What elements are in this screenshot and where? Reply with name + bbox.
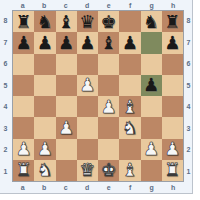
square-a5[interactable] [13,75,34,96]
square-f2[interactable] [119,139,140,160]
square-c1[interactable] [56,160,77,181]
square-c5[interactable] [56,75,77,96]
file-label: g [141,183,163,192]
square-b2[interactable]: ♟ [34,139,55,160]
square-b6[interactable] [34,54,55,75]
rank-label: 7 [185,32,192,54]
square-e4[interactable]: ♟ [98,96,119,117]
rank-label: 2 [0,139,11,161]
square-e3[interactable] [98,117,119,138]
file-label: d [77,183,99,192]
rank-label: 4 [0,96,11,118]
square-d6[interactable] [77,54,98,75]
square-b5[interactable] [34,75,55,96]
piece-black-king[interactable]: ♚ [101,13,117,31]
square-f5[interactable] [119,75,140,96]
square-h2[interactable]: ♟ [162,139,183,160]
piece-black-pawn[interactable]: ♟ [16,34,32,52]
square-e2[interactable] [98,139,119,160]
square-b8[interactable]: ♞ [34,11,55,32]
square-c8[interactable]: ♝ [56,11,77,32]
square-h7[interactable]: ♟ [162,32,183,53]
square-g7[interactable] [141,32,162,53]
piece-white-pawn[interactable]: ♟ [37,140,53,158]
square-d3[interactable] [77,117,98,138]
square-c2[interactable] [56,139,77,160]
square-g5[interactable]: ♟ [141,75,162,96]
piece-white-bishop[interactable]: ♝ [122,161,138,179]
piece-white-rook[interactable]: ♜ [164,161,180,179]
file-label: f [120,0,142,10]
square-d5[interactable]: ♟ [77,75,98,96]
square-c3[interactable]: ♟ [56,117,77,138]
rank-label: 1 [185,161,192,183]
square-f8[interactable] [119,11,140,32]
file-labels-top: abcdefgh [12,0,184,10]
piece-black-pawn[interactable]: ♟ [58,34,74,52]
square-e6[interactable] [98,54,119,75]
file-label: g [141,0,163,10]
piece-black-rook[interactable]: ♜ [16,13,32,31]
square-f6[interactable] [119,54,140,75]
square-b4[interactable] [34,96,55,117]
piece-white-rook[interactable]: ♜ [16,161,32,179]
piece-black-rook[interactable]: ♜ [164,13,180,31]
file-label: h [163,183,185,192]
square-h5[interactable] [162,75,183,96]
rank-labels-left: 87654321 [0,10,11,182]
piece-black-pawn[interactable]: ♟ [79,34,95,52]
piece-white-knight[interactable]: ♞ [122,119,138,137]
piece-white-queen[interactable]: ♛ [79,161,95,179]
rank-label: 8 [185,10,192,32]
file-label: e [98,183,120,192]
square-c4[interactable] [56,96,77,117]
piece-black-knight[interactable]: ♞ [37,13,53,31]
rank-label: 4 [185,96,192,118]
square-g4[interactable] [141,96,162,117]
rank-label: 8 [0,10,11,32]
rank-label: 5 [0,75,11,97]
square-d2[interactable] [77,139,98,160]
piece-white-pawn[interactable]: ♟ [79,76,95,94]
square-f1[interactable]: ♝ [119,160,140,181]
file-label: b [34,183,56,192]
piece-white-pawn[interactable]: ♟ [101,98,117,116]
square-d4[interactable] [77,96,98,117]
file-label: c [55,0,77,10]
square-d7[interactable]: ♟ [77,32,98,53]
file-label: e [98,0,120,10]
rank-label: 2 [185,139,192,161]
piece-white-pawn[interactable]: ♟ [16,140,32,158]
square-g2[interactable]: ♟ [141,139,162,160]
square-e1[interactable]: ♚ [98,160,119,181]
rank-label: 3 [185,118,192,140]
piece-white-pawn[interactable]: ♟ [164,140,180,158]
square-h8[interactable]: ♜ [162,11,183,32]
square-a6[interactable] [13,54,34,75]
square-b1[interactable]: ♞ [34,160,55,181]
file-label: h [163,0,185,10]
piece-black-pawn[interactable]: ♟ [143,76,159,94]
square-a8[interactable]: ♜ [13,11,34,32]
square-h6[interactable] [162,54,183,75]
rank-label: 7 [0,32,11,54]
square-e8[interactable]: ♚ [98,11,119,32]
piece-white-bishop[interactable]: ♝ [122,98,138,116]
piece-black-pawn[interactable]: ♟ [164,34,180,52]
square-f3[interactable]: ♞ [119,117,140,138]
square-g3[interactable] [141,117,162,138]
piece-black-pawn[interactable]: ♟ [122,34,138,52]
square-b3[interactable] [34,117,55,138]
square-f7[interactable]: ♟ [119,32,140,53]
rank-label: 6 [0,53,11,75]
square-h1[interactable]: ♜ [162,160,183,181]
piece-white-pawn[interactable]: ♟ [58,119,74,137]
rank-label: 3 [0,118,11,140]
piece-white-pawn[interactable]: ♟ [143,140,159,158]
chess-app: abcdefgh abcdefgh 87654321 87654321 ♜♞♝♛… [0,0,200,200]
rank-labels-right: 87654321 [185,10,192,182]
file-label: b [34,0,56,10]
square-a4[interactable] [13,96,34,117]
file-label: d [77,0,99,10]
square-c7[interactable]: ♟ [56,32,77,53]
square-e7[interactable]: ♝ [98,32,119,53]
piece-black-pawn[interactable]: ♟ [37,34,53,52]
square-h3[interactable] [162,117,183,138]
square-h4[interactable] [162,96,183,117]
square-c6[interactable] [56,54,77,75]
piece-black-queen[interactable]: ♛ [79,13,95,31]
piece-white-king[interactable]: ♚ [101,161,117,179]
rank-label: 1 [0,161,11,183]
piece-white-knight[interactable]: ♞ [37,161,53,179]
square-a7[interactable]: ♟ [13,32,34,53]
square-a1[interactable]: ♜ [13,160,34,181]
file-labels-bottom: abcdefgh [12,183,184,192]
file-label: a [12,183,34,192]
piece-black-knight[interactable]: ♞ [143,13,159,31]
square-a3[interactable] [13,117,34,138]
rank-label: 6 [185,53,192,75]
square-g1[interactable] [141,160,162,181]
square-f4[interactable]: ♝ [119,96,140,117]
square-e5[interactable] [98,75,119,96]
piece-black-bishop[interactable]: ♝ [101,34,117,52]
file-label: f [120,183,142,192]
file-label: c [55,183,77,192]
square-b7[interactable]: ♟ [34,32,55,53]
square-a2[interactable]: ♟ [13,139,34,160]
chess-board[interactable]: ♜♞♝♛♚♞♜♟♟♟♟♝♟♟♟♟♟♝♟♞♟♟♟♟♜♞♛♚♝♜ [12,10,184,182]
board-panel: abcdefgh abcdefgh 87654321 87654321 ♜♞♝♛… [0,0,193,194]
square-g6[interactable] [141,54,162,75]
rank-label: 5 [185,75,192,97]
square-d1[interactable]: ♛ [77,160,98,181]
piece-black-bishop[interactable]: ♝ [58,13,74,31]
file-label: a [12,0,34,10]
square-g8[interactable]: ♞ [141,11,162,32]
square-d8[interactable]: ♛ [77,11,98,32]
